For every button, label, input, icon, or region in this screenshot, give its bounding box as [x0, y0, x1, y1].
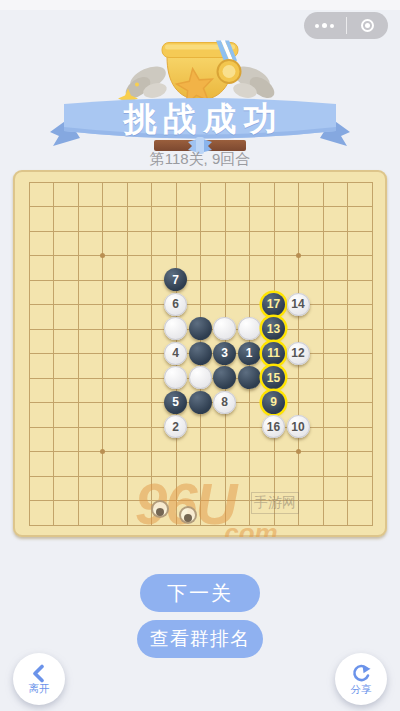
watermark-domain: .com [217, 518, 278, 537]
more-button[interactable] [304, 12, 346, 39]
grid-line-vertical [323, 182, 324, 526]
stone-white-2: 2 [164, 415, 187, 438]
stone-black-11: 11 [262, 342, 285, 365]
stone-black-1: 1 [238, 342, 261, 365]
stone-black-5: 5 [164, 391, 187, 414]
star-point [100, 449, 105, 454]
stone-black [189, 391, 212, 414]
circle-target-icon [361, 19, 374, 32]
star-point [296, 253, 301, 258]
stone-black-17: 17 [262, 293, 285, 316]
leave-button[interactable]: 离开 [13, 653, 65, 705]
grid-line-vertical [347, 182, 348, 526]
stone-black [213, 366, 236, 389]
stone-black-9: 9 [262, 391, 285, 414]
stone-white [213, 317, 236, 340]
share-label: 分享 [351, 684, 372, 695]
stone-white-4: 4 [164, 342, 187, 365]
stone-black-3: 3 [213, 342, 236, 365]
minimize-button[interactable] [347, 12, 389, 39]
stone-black-13: 13 [262, 317, 285, 340]
grid-line-horizontal [29, 500, 373, 501]
stone-white-10: 10 [287, 415, 310, 438]
grid-line-vertical [372, 182, 373, 526]
chevron-left-icon [29, 664, 49, 683]
more-dots-icon [315, 23, 334, 28]
leave-label: 离开 [29, 683, 50, 694]
stone-black [189, 342, 212, 365]
next-level-button[interactable]: 下一关 [140, 574, 260, 612]
level-round-info: 第118关, 9回合 [0, 150, 400, 169]
status-bar-area [0, 0, 400, 10]
stone-white [189, 366, 212, 389]
grid-line-horizontal [29, 427, 373, 428]
share-button[interactable]: 分享 [335, 653, 387, 705]
gomoku-board: 96U 手游网 .com 7617141343111121558921610 [13, 170, 387, 537]
app-screen: 挑战成功 第118关, 9回合 96U 手游网 .com 76171413431… [0, 0, 400, 711]
stone-white-8: 8 [213, 391, 236, 414]
stone-black [189, 317, 212, 340]
group-ranking-button[interactable]: 查看群排名 [137, 620, 263, 658]
stone-black [238, 366, 261, 389]
wechat-capsule [304, 12, 388, 39]
stone-white [164, 366, 187, 389]
watermark-eye-icon [151, 500, 169, 518]
stone-black-7: 7 [164, 268, 187, 291]
grid-line-horizontal [29, 525, 373, 526]
stone-white-16: 16 [262, 415, 285, 438]
stone-white [164, 317, 187, 340]
grid-line-horizontal [29, 476, 373, 477]
stone-black-15: 15 [262, 366, 285, 389]
stone-white-14: 14 [287, 293, 310, 316]
share-icon [350, 664, 372, 684]
watermark-site: 手游网 [251, 492, 299, 514]
stone-white-12: 12 [287, 342, 310, 365]
banner-title: 挑战成功 [48, 96, 352, 142]
star-point [100, 253, 105, 258]
star-point [296, 449, 301, 454]
stone-white-6: 6 [164, 293, 187, 316]
watermark-eye-icon [179, 506, 197, 524]
stone-white [238, 317, 261, 340]
grid-line-horizontal [29, 451, 373, 452]
